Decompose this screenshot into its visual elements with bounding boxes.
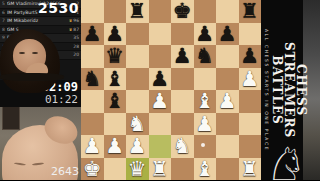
- black-king-e8[interactable]: ♚: [171, 0, 194, 23]
- bottom-player-rating: 2643: [51, 165, 79, 178]
- square-g1[interactable]: [216, 158, 239, 181]
- square-f5[interactable]: [194, 68, 217, 91]
- square-c3[interactable]: ♞: [126, 113, 149, 136]
- square-e2[interactable]: ♞: [171, 135, 194, 158]
- square-b1[interactable]: [104, 158, 127, 181]
- square-e1[interactable]: [171, 158, 194, 181]
- square-e3[interactable]: [171, 113, 194, 136]
- white-pawn-f3[interactable]: ♟: [194, 113, 217, 136]
- white-pawn-g4[interactable]: ♟: [216, 90, 239, 113]
- chess-board[interactable]: ♜♚♜♟♟♟♟♛♟♞♟♞♝♟♟♝♟♝♟♞♟♟♟♟♞♚♛♜♝♜: [81, 0, 261, 180]
- square-b3[interactable]: [104, 113, 127, 136]
- black-pawn-e6[interactable]: ♟: [171, 45, 194, 68]
- square-g7[interactable]: ♟: [216, 23, 239, 46]
- clock-bottom: 01:22: [45, 93, 78, 106]
- white-pawn-c2[interactable]: ♟: [126, 135, 149, 158]
- white-pawn-d4[interactable]: ♟: [149, 90, 172, 113]
- square-a1[interactable]: ♚: [81, 158, 104, 181]
- right-sidebar: CHESS STREAMERS BATTLES ALL CHESS STARTS…: [261, 0, 320, 180]
- square-g6[interactable]: [216, 45, 239, 68]
- square-d7[interactable]: [149, 23, 172, 46]
- white-king-a1[interactable]: ♚: [81, 158, 104, 181]
- white-bishop-f1[interactable]: ♝: [194, 158, 217, 181]
- move-hint-dot: [201, 143, 205, 147]
- black-knight-f6[interactable]: ♞: [194, 45, 217, 68]
- square-g8[interactable]: [216, 0, 239, 23]
- standings-row-7: 7IM Mikaberidz♛96: [0, 17, 81, 26]
- black-rook-c8[interactable]: ♜: [126, 0, 149, 23]
- square-e7[interactable]: [171, 23, 194, 46]
- square-g2[interactable]: [216, 135, 239, 158]
- white-queen-c1[interactable]: ♛: [126, 158, 149, 181]
- square-a3[interactable]: [81, 113, 104, 136]
- white-pawn-b2[interactable]: ♟: [104, 135, 127, 158]
- square-f1[interactable]: ♝: [194, 158, 217, 181]
- square-b5[interactable]: ♝: [104, 68, 127, 91]
- square-d5[interactable]: ♟: [149, 68, 172, 91]
- square-b7[interactable]: ♟: [104, 23, 127, 46]
- square-b6[interactable]: ♛: [104, 45, 127, 68]
- banner-tagline: ALL CHESS STARTS IN ONE PLACE: [265, 29, 270, 151]
- square-h6[interactable]: ♟: [239, 45, 262, 68]
- black-bishop-b4[interactable]: ♝: [104, 90, 127, 113]
- square-f8[interactable]: [194, 0, 217, 23]
- webcam-top-player: [0, 27, 81, 80]
- square-d3[interactable]: [149, 113, 172, 136]
- square-c4[interactable]: [126, 90, 149, 113]
- title-badge-icon: ♛: [69, 18, 73, 23]
- square-b2[interactable]: ♟: [104, 135, 127, 158]
- square-f7[interactable]: ♟: [194, 23, 217, 46]
- white-knight-e2[interactable]: ♞: [171, 135, 194, 158]
- black-pawn-f7[interactable]: ♟: [194, 23, 217, 46]
- square-d1[interactable]: ♜: [149, 158, 172, 181]
- square-f2[interactable]: [194, 135, 217, 158]
- white-rook-h1[interactable]: ♜: [239, 158, 262, 181]
- square-h4[interactable]: [239, 90, 262, 113]
- white-knight-c3[interactable]: ♞: [126, 113, 149, 136]
- square-c2[interactable]: ♟: [126, 135, 149, 158]
- white-pawn-a2[interactable]: ♟: [81, 135, 104, 158]
- eye: [32, 52, 38, 54]
- black-pawn-h6[interactable]: ♟: [239, 45, 262, 68]
- eye: [19, 52, 25, 54]
- left-column: 5GM Vladimirovich2466626IM PartyBurt517I…: [0, 0, 81, 180]
- square-a4[interactable]: [81, 90, 104, 113]
- square-h8[interactable]: ♜: [239, 0, 262, 23]
- square-g4[interactable]: ♟: [216, 90, 239, 113]
- white-bishop-f4[interactable]: ♝: [194, 90, 217, 113]
- square-g5[interactable]: [216, 68, 239, 91]
- standings-player-name: IM Mikaberidz: [7, 18, 69, 23]
- square-b4[interactable]: ♝: [104, 90, 127, 113]
- square-d2[interactable]: [149, 135, 172, 158]
- square-h5[interactable]: ♟: [239, 68, 262, 91]
- black-pawn-d5[interactable]: ♟: [149, 68, 172, 91]
- square-c8[interactable]: ♜: [126, 0, 149, 23]
- square-a8[interactable]: [81, 0, 104, 23]
- black-pawn-a7[interactable]: ♟: [81, 23, 104, 46]
- square-e8[interactable]: ♚: [171, 0, 194, 23]
- square-d6[interactable]: [149, 45, 172, 68]
- black-knight-a5[interactable]: ♞: [81, 68, 104, 91]
- knight-logo-icon: ♘: [263, 138, 309, 180]
- black-rook-h8[interactable]: ♜: [239, 0, 262, 23]
- square-h1[interactable]: ♜: [239, 158, 262, 181]
- stream-frame: 5GM Vladimirovich2466626IM PartyBurt517I…: [0, 0, 320, 180]
- black-pawn-g7[interactable]: ♟: [216, 23, 239, 46]
- square-a5[interactable]: ♞: [81, 68, 104, 91]
- webcam-top-shoulder: [0, 73, 64, 81]
- square-g3[interactable]: [216, 113, 239, 136]
- black-bishop-b5[interactable]: ♝: [104, 68, 127, 91]
- white-rook-d1[interactable]: ♜: [149, 158, 172, 181]
- square-c7[interactable]: [126, 23, 149, 46]
- square-e4[interactable]: [171, 90, 194, 113]
- square-c1[interactable]: ♛: [126, 158, 149, 181]
- square-e5[interactable]: [171, 68, 194, 91]
- square-h2[interactable]: [239, 135, 262, 158]
- square-d4[interactable]: ♟: [149, 90, 172, 113]
- banner-title: CHESS STREAMERS BATTLES: [272, 42, 308, 138]
- square-a2[interactable]: ♟: [81, 135, 104, 158]
- black-pawn-b7[interactable]: ♟: [104, 23, 127, 46]
- square-f4[interactable]: ♝: [194, 90, 217, 113]
- white-pawn-h5[interactable]: ♟: [239, 68, 262, 91]
- square-f6[interactable]: ♞: [194, 45, 217, 68]
- square-f3[interactable]: ♟: [194, 113, 217, 136]
- square-e6[interactable]: ♟: [171, 45, 194, 68]
- square-b8[interactable]: [104, 0, 127, 23]
- square-c5[interactable]: [126, 68, 149, 91]
- square-h3[interactable]: [239, 113, 262, 136]
- square-a6[interactable]: [81, 45, 104, 68]
- standings-points: 96: [73, 18, 79, 23]
- black-queen-b6[interactable]: ♛: [104, 45, 127, 68]
- square-d8[interactable]: [149, 0, 172, 23]
- square-c6[interactable]: [126, 45, 149, 68]
- square-h7[interactable]: [239, 23, 262, 46]
- top-player-rating: 2530: [38, 0, 79, 16]
- square-a7[interactable]: ♟: [81, 23, 104, 46]
